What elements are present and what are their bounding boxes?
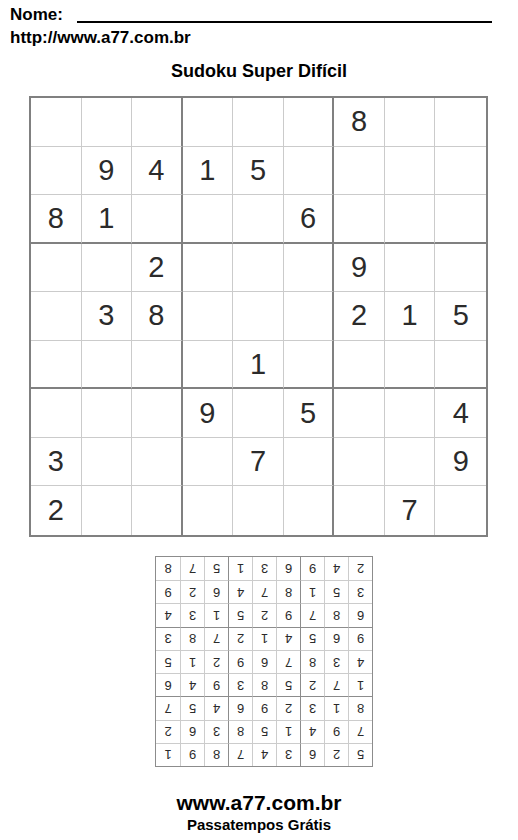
puzzle-cell-r2c1[interactable] bbox=[31, 147, 82, 196]
puzzle-cell-r4c2[interactable] bbox=[82, 244, 133, 293]
solution-cell-r7c2: 8 bbox=[324, 603, 348, 626]
puzzle-cell-r6c5[interactable]: 1 bbox=[233, 341, 284, 390]
solution-cell-r5c2: 3 bbox=[324, 650, 348, 673]
puzzle-cell-r4c4[interactable] bbox=[183, 244, 234, 293]
solution-cell-r5c7: 2 bbox=[204, 650, 228, 673]
solution-cell-r8c6: 4 bbox=[228, 580, 252, 603]
puzzle-cell-r4c1[interactable] bbox=[31, 244, 82, 293]
solution-cell-r1c5: 4 bbox=[252, 743, 276, 766]
puzzle-cell-r6c1[interactable] bbox=[31, 341, 82, 390]
solution-cell-r6c3: 5 bbox=[300, 627, 324, 650]
puzzle-cell-r9c1[interactable]: 2 bbox=[31, 486, 82, 535]
puzzle-cell-r8c4[interactable] bbox=[183, 438, 234, 487]
solution-cell-r8c5: 7 bbox=[252, 580, 276, 603]
sudoku-solution-grid-upside-down: 5263478917941583628132964571725839464387… bbox=[155, 556, 373, 767]
puzzle-cell-r2c7[interactable] bbox=[334, 147, 385, 196]
puzzle-cell-r9c2[interactable] bbox=[82, 486, 133, 535]
solution-cell-r8c9: 9 bbox=[156, 580, 180, 603]
solution-cell-r4c4: 5 bbox=[276, 673, 300, 696]
solution-cell-r9c6: 1 bbox=[228, 557, 252, 580]
solution-cell-r4c8: 4 bbox=[180, 673, 204, 696]
solution-cell-r7c7: 1 bbox=[204, 603, 228, 626]
solution-cell-r7c6: 5 bbox=[228, 603, 252, 626]
puzzle-cell-r1c9[interactable] bbox=[435, 98, 486, 147]
puzzle-cell-r2c6[interactable] bbox=[284, 147, 335, 196]
solution-cell-r5c3: 8 bbox=[300, 650, 324, 673]
puzzle-cell-r1c7[interactable]: 8 bbox=[334, 98, 385, 147]
puzzle-cell-r6c8[interactable] bbox=[385, 341, 436, 390]
solution-cell-r5c5: 6 bbox=[252, 650, 276, 673]
solution-cell-r2c6: 8 bbox=[228, 720, 252, 743]
solution-cell-r1c3: 6 bbox=[300, 743, 324, 766]
puzzle-cell-r5c8[interactable]: 1 bbox=[385, 292, 436, 341]
puzzle-cell-r1c5[interactable] bbox=[233, 98, 284, 147]
puzzle-cell-r9c8[interactable]: 7 bbox=[385, 486, 436, 535]
solution-cell-r7c5: 2 bbox=[252, 603, 276, 626]
solution-cell-r2c7: 3 bbox=[204, 720, 228, 743]
puzzle-cell-r2c5[interactable]: 5 bbox=[233, 147, 284, 196]
puzzle-cell-r2c3[interactable]: 4 bbox=[132, 147, 183, 196]
puzzle-cell-r8c2[interactable] bbox=[82, 438, 133, 487]
solution-cell-r8c8: 2 bbox=[180, 580, 204, 603]
solution-cell-r7c9: 4 bbox=[156, 603, 180, 626]
solution-cell-r2c9: 2 bbox=[156, 720, 180, 743]
solution-cell-r9c4: 6 bbox=[276, 557, 300, 580]
solution-cell-r5c8: 1 bbox=[180, 650, 204, 673]
solution-cell-r1c4: 3 bbox=[276, 743, 300, 766]
puzzle-cell-r2c4[interactable]: 1 bbox=[183, 147, 234, 196]
puzzle-cell-r3c6[interactable]: 6 bbox=[284, 195, 335, 244]
solution-cell-r2c2: 9 bbox=[324, 720, 348, 743]
solution-cell-r7c4: 9 bbox=[276, 603, 300, 626]
solution-cell-r8c4: 8 bbox=[276, 580, 300, 603]
puzzle-cell-r5c7[interactable]: 2 bbox=[334, 292, 385, 341]
puzzle-cell-r7c6[interactable]: 5 bbox=[284, 389, 335, 438]
puzzle-cell-r6c6[interactable] bbox=[284, 341, 335, 390]
solution-cell-r9c9: 8 bbox=[156, 557, 180, 580]
solution-cell-r1c1: 5 bbox=[348, 743, 372, 766]
footer-site-url: www.a77.com.br bbox=[0, 791, 518, 815]
solution-cell-r9c1: 2 bbox=[348, 557, 372, 580]
puzzle-cell-r6c7[interactable] bbox=[334, 341, 385, 390]
solution-cell-r3c8: 5 bbox=[180, 696, 204, 719]
puzzle-cell-r7c4[interactable]: 9 bbox=[183, 389, 234, 438]
puzzle-cell-r3c2[interactable]: 1 bbox=[82, 195, 133, 244]
puzzle-cell-r2c2[interactable]: 9 bbox=[82, 147, 133, 196]
page-root: Nome: http://www.a77.com.br Sudoku Super… bbox=[0, 0, 518, 840]
puzzle-cell-r9c5[interactable] bbox=[233, 486, 284, 535]
puzzle-cell-r6c3[interactable] bbox=[132, 341, 183, 390]
puzzle-cell-r3c3[interactable] bbox=[132, 195, 183, 244]
solution-cell-r1c8: 9 bbox=[180, 743, 204, 766]
solution-cell-r7c1: 6 bbox=[348, 603, 372, 626]
solution-cell-r6c8: 8 bbox=[180, 627, 204, 650]
solution-cell-r9c5: 3 bbox=[252, 557, 276, 580]
puzzle-cell-r7c9[interactable]: 4 bbox=[435, 389, 486, 438]
puzzle-cell-r8c6[interactable] bbox=[284, 438, 335, 487]
puzzle-cell-r6c2[interactable] bbox=[82, 341, 133, 390]
solution-cell-r3c1: 8 bbox=[348, 696, 372, 719]
header-site-url: http://www.a77.com.br bbox=[10, 28, 191, 48]
solution-cell-r3c2: 1 bbox=[324, 696, 348, 719]
puzzle-cell-r9c6[interactable] bbox=[284, 486, 335, 535]
puzzle-cell-r5c1[interactable] bbox=[31, 292, 82, 341]
puzzle-cell-r5c5[interactable] bbox=[233, 292, 284, 341]
puzzle-cell-r7c7[interactable] bbox=[334, 389, 385, 438]
solution-cell-r8c7: 6 bbox=[204, 580, 228, 603]
puzzle-cell-r9c9[interactable] bbox=[435, 486, 486, 535]
puzzle-cell-r2c9[interactable] bbox=[435, 147, 486, 196]
puzzle-cell-r1c8[interactable] bbox=[385, 98, 436, 147]
solution-cell-r6c9: 3 bbox=[156, 627, 180, 650]
puzzle-cell-r5c3[interactable]: 8 bbox=[132, 292, 183, 341]
puzzle-cell-r9c4[interactable] bbox=[183, 486, 234, 535]
solution-cell-r4c6: 3 bbox=[228, 673, 252, 696]
solution-cell-r4c9: 6 bbox=[156, 673, 180, 696]
solution-cell-r8c3: 1 bbox=[300, 580, 324, 603]
solution-cell-r1c7: 8 bbox=[204, 743, 228, 766]
puzzle-cell-r8c9[interactable]: 9 bbox=[435, 438, 486, 487]
solution-cell-r3c3: 3 bbox=[300, 696, 324, 719]
puzzle-cell-r3c8[interactable] bbox=[385, 195, 436, 244]
footer-tagline: Passatempos Grátis bbox=[0, 816, 518, 833]
solution-cell-r2c8: 6 bbox=[180, 720, 204, 743]
puzzle-cell-r5c9[interactable]: 5 bbox=[435, 292, 486, 341]
puzzle-cell-r1c3[interactable] bbox=[132, 98, 183, 147]
puzzle-cell-r5c6[interactable] bbox=[284, 292, 335, 341]
puzzle-cell-r3c1[interactable]: 8 bbox=[31, 195, 82, 244]
puzzle-cell-r3c7[interactable] bbox=[334, 195, 385, 244]
puzzle-cell-r4c6[interactable] bbox=[284, 244, 335, 293]
solution-cell-r1c2: 2 bbox=[324, 743, 348, 766]
solution-cell-r9c8: 7 bbox=[180, 557, 204, 580]
solution-cell-r6c4: 4 bbox=[276, 627, 300, 650]
puzzle-cell-r4c3[interactable]: 2 bbox=[132, 244, 183, 293]
puzzle-cell-r4c5[interactable] bbox=[233, 244, 284, 293]
solution-cell-r2c5: 5 bbox=[252, 720, 276, 743]
page-title: Sudoku Super Difícil bbox=[0, 61, 518, 82]
puzzle-cell-r8c1[interactable]: 3 bbox=[31, 438, 82, 487]
name-write-in-line bbox=[77, 21, 492, 23]
puzzle-cell-r3c4[interactable] bbox=[183, 195, 234, 244]
puzzle-cell-r7c5[interactable] bbox=[233, 389, 284, 438]
solution-cell-r9c3: 9 bbox=[300, 557, 324, 580]
solution-cell-r1c6: 7 bbox=[228, 743, 252, 766]
solution-cell-r5c9: 5 bbox=[156, 650, 180, 673]
solution-cell-r5c1: 4 bbox=[348, 650, 372, 673]
solution-cell-r5c4: 7 bbox=[276, 650, 300, 673]
solution-cell-r4c7: 9 bbox=[204, 673, 228, 696]
puzzle-cell-r3c9[interactable] bbox=[435, 195, 486, 244]
solution-cell-r8c1: 3 bbox=[348, 580, 372, 603]
puzzle-cell-r7c2[interactable] bbox=[82, 389, 133, 438]
solution-cell-r3c6: 6 bbox=[228, 696, 252, 719]
solution-cell-r4c3: 2 bbox=[300, 673, 324, 696]
puzzle-cell-r4c8[interactable] bbox=[385, 244, 436, 293]
puzzle-cell-r8c7[interactable] bbox=[334, 438, 385, 487]
solution-cell-r3c5: 9 bbox=[252, 696, 276, 719]
puzzle-cell-r9c3[interactable] bbox=[132, 486, 183, 535]
puzzle-cell-r1c4[interactable] bbox=[183, 98, 234, 147]
solution-cell-r3c7: 4 bbox=[204, 696, 228, 719]
puzzle-cell-r1c2[interactable] bbox=[82, 98, 133, 147]
solution-cell-r9c2: 4 bbox=[324, 557, 348, 580]
puzzle-cell-r4c7[interactable]: 9 bbox=[334, 244, 385, 293]
puzzle-cell-r3c5[interactable] bbox=[233, 195, 284, 244]
solution-cell-r1c9: 1 bbox=[156, 743, 180, 766]
puzzle-cell-r7c8[interactable] bbox=[385, 389, 436, 438]
name-label: Nome: bbox=[10, 5, 63, 25]
solution-cell-r4c5: 8 bbox=[252, 673, 276, 696]
solution-cell-r2c1: 7 bbox=[348, 720, 372, 743]
solution-cell-r6c5: 1 bbox=[252, 627, 276, 650]
puzzle-cell-r2c8[interactable] bbox=[385, 147, 436, 196]
solution-cell-r9c7: 5 bbox=[204, 557, 228, 580]
solution-cell-r6c1: 9 bbox=[348, 627, 372, 650]
sudoku-puzzle-grid: 894158162938215195437927 bbox=[29, 96, 488, 537]
solution-cell-r7c3: 7 bbox=[300, 603, 324, 626]
puzzle-cell-r5c2[interactable]: 3 bbox=[82, 292, 133, 341]
solution-cell-r7c8: 3 bbox=[180, 603, 204, 626]
solution-cell-r6c6: 2 bbox=[228, 627, 252, 650]
solution-cell-r6c2: 6 bbox=[324, 627, 348, 650]
solution-cell-r4c2: 7 bbox=[324, 673, 348, 696]
solution-cell-r4c1: 1 bbox=[348, 673, 372, 696]
puzzle-cell-r9c7[interactable] bbox=[334, 486, 385, 535]
solution-cell-r2c4: 1 bbox=[276, 720, 300, 743]
solution-cell-r6c7: 7 bbox=[204, 627, 228, 650]
puzzle-cell-r6c4[interactable] bbox=[183, 341, 234, 390]
solution-cell-r2c3: 4 bbox=[300, 720, 324, 743]
puzzle-cell-r8c8[interactable] bbox=[385, 438, 436, 487]
solution-cell-r5c6: 9 bbox=[228, 650, 252, 673]
puzzle-cell-r1c1[interactable] bbox=[31, 98, 82, 147]
solution-cell-r8c2: 5 bbox=[324, 580, 348, 603]
solution-cell-r3c9: 7 bbox=[156, 696, 180, 719]
puzzle-cell-r7c3[interactable] bbox=[132, 389, 183, 438]
puzzle-cell-r1c6[interactable] bbox=[284, 98, 335, 147]
puzzle-cell-r6c9[interactable] bbox=[435, 341, 486, 390]
puzzle-cell-r8c3[interactable] bbox=[132, 438, 183, 487]
puzzle-cell-r5c4[interactable] bbox=[183, 292, 234, 341]
solution-cell-r3c4: 2 bbox=[276, 696, 300, 719]
puzzle-cell-r4c9[interactable] bbox=[435, 244, 486, 293]
puzzle-cell-r8c5[interactable]: 7 bbox=[233, 438, 284, 487]
puzzle-cell-r7c1[interactable] bbox=[31, 389, 82, 438]
